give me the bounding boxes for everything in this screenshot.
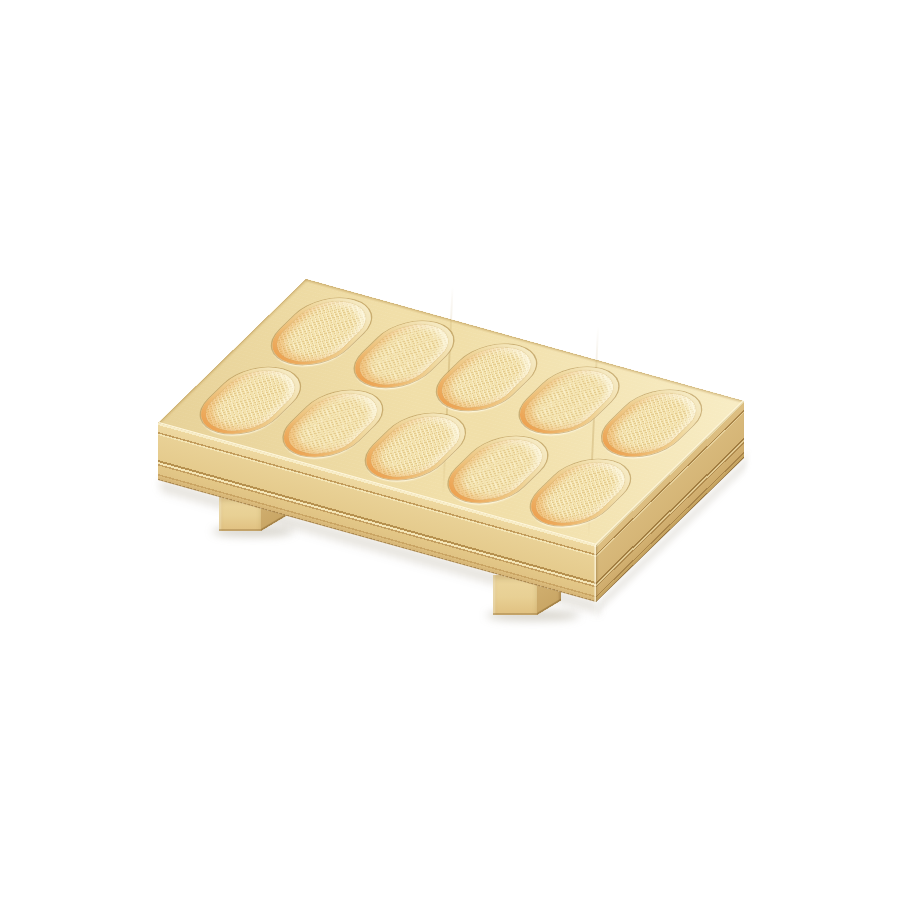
board-scene: [0, 0, 900, 900]
